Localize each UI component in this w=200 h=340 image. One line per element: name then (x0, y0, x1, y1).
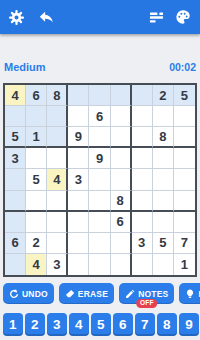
numpad-7[interactable]: 7 (135, 313, 155, 336)
cell-r9c2[interactable]: 4 (26, 254, 47, 275)
cell-r7c9[interactable] (174, 212, 195, 233)
cell-r6c2[interactable] (26, 191, 47, 212)
cell-r2c3[interactable] (47, 106, 68, 127)
cell-r3c4[interactable]: 9 (68, 127, 89, 148)
cell-r5c4[interactable]: 3 (68, 169, 89, 190)
cell-r1c4[interactable] (68, 85, 89, 106)
palette-icon (175, 9, 191, 25)
cell-r1c1[interactable]: 4 (5, 85, 26, 106)
cell-r7c6[interactable]: 6 (111, 212, 132, 233)
cell-r4c5[interactable]: 9 (89, 148, 110, 169)
numpad-9[interactable]: 9 (179, 313, 199, 336)
cell-r1c8[interactable]: 2 (153, 85, 174, 106)
stats-button[interactable] (149, 10, 164, 25)
cell-r2c4[interactable] (68, 106, 89, 127)
cell-r6c7[interactable] (132, 191, 153, 212)
cell-r8c3[interactable] (47, 233, 68, 254)
game-info-row: Medium 00:02 (0, 58, 200, 76)
numpad-5[interactable]: 5 (91, 313, 111, 336)
cell-r7c7[interactable] (132, 212, 153, 233)
top-bar-left (9, 9, 55, 26)
cell-r8c5[interactable] (89, 233, 110, 254)
cell-r7c2[interactable] (26, 212, 47, 233)
notes-button[interactable]: NOTES OFF (119, 283, 174, 304)
action-bar: UNDO ERASE NOTES OFF HINTS 1 (3, 283, 197, 304)
cell-r3c5[interactable] (89, 127, 110, 148)
cell-r9c8[interactable] (153, 254, 174, 275)
cell-r6c5[interactable] (89, 191, 110, 212)
sudoku-grid: 4682565198395438662357431 (3, 83, 197, 277)
cell-r5c2[interactable]: 5 (26, 169, 47, 190)
undo-label: UNDO (22, 289, 48, 299)
timer: 00:02 (169, 61, 196, 73)
cell-r1c5[interactable] (89, 85, 110, 106)
numpad-3[interactable]: 3 (47, 313, 67, 336)
hints-label: HINTS (198, 289, 200, 299)
cell-r1c2[interactable]: 6 (26, 85, 47, 106)
cell-r9c7[interactable] (132, 254, 153, 275)
hints-button[interactable]: HINTS 1 (179, 283, 200, 304)
cell-r2c8[interactable] (153, 106, 174, 127)
cell-r5c3[interactable]: 4 (47, 169, 68, 190)
cell-r2c5[interactable]: 6 (89, 106, 110, 127)
cell-r4c8[interactable] (153, 148, 174, 169)
erase-label: ERASE (78, 289, 108, 299)
numpad-6[interactable]: 6 (113, 313, 133, 336)
numpad-4[interactable]: 4 (69, 313, 89, 336)
gear-icon (9, 10, 24, 25)
cell-r2c9[interactable] (174, 106, 195, 127)
cell-r7c3[interactable] (47, 212, 68, 233)
cell-r5c6[interactable] (111, 169, 132, 190)
cell-r1c6[interactable] (111, 85, 132, 106)
cell-r5c7[interactable] (132, 169, 153, 190)
cell-r5c1[interactable] (5, 169, 26, 190)
top-bar (0, 0, 200, 34)
cell-r7c1[interactable] (5, 212, 26, 233)
cell-r4c9[interactable] (174, 148, 195, 169)
cell-r5c5[interactable] (89, 169, 110, 190)
sudoku-app: Medium 00:02 4682565198395438662357431 U… (0, 0, 200, 340)
cell-r1c9[interactable]: 5 (174, 85, 195, 106)
cell-r6c4[interactable] (68, 191, 89, 212)
cell-r6c8[interactable] (153, 191, 174, 212)
undo-button[interactable]: UNDO (3, 283, 54, 304)
undo-icon (9, 289, 19, 299)
cell-r1c7[interactable] (132, 85, 153, 106)
cell-r9c1[interactable] (5, 254, 26, 275)
bulb-icon (185, 289, 195, 299)
cell-r2c2[interactable] (26, 106, 47, 127)
cell-r4c1[interactable]: 3 (5, 148, 26, 169)
cell-r9c3[interactable]: 3 (47, 254, 68, 275)
cell-r8c2[interactable]: 2 (26, 233, 47, 254)
cell-r4c2[interactable] (26, 148, 47, 169)
back-arrow-icon (38, 9, 55, 26)
cell-r4c3[interactable] (47, 148, 68, 169)
cell-r4c7[interactable] (132, 148, 153, 169)
cell-r9c9[interactable]: 1 (174, 254, 195, 275)
cell-r3c9[interactable] (174, 127, 195, 148)
cell-r8c7[interactable]: 3 (132, 233, 153, 254)
cell-r9c6[interactable] (111, 254, 132, 275)
cell-r3c6[interactable] (111, 127, 132, 148)
cell-r9c5[interactable] (89, 254, 110, 275)
cell-r8c1[interactable]: 6 (5, 233, 26, 254)
cell-r8c4[interactable] (68, 233, 89, 254)
cell-r7c5[interactable] (89, 212, 110, 233)
cell-r3c3[interactable] (47, 127, 68, 148)
cell-r6c1[interactable] (5, 191, 26, 212)
cell-r3c7[interactable] (132, 127, 153, 148)
top-bar-right (149, 9, 191, 25)
pencil-icon (125, 289, 135, 299)
cell-r8c8[interactable]: 5 (153, 233, 174, 254)
cell-r5c8[interactable] (153, 169, 174, 190)
number-pad: 123456789 (3, 313, 197, 336)
eraser-icon (65, 289, 75, 299)
cell-r4c4[interactable] (68, 148, 89, 169)
cell-r7c8[interactable] (153, 212, 174, 233)
numpad-8[interactable]: 8 (157, 313, 177, 336)
cell-r7c4[interactable] (68, 212, 89, 233)
notes-label: NOTES (138, 289, 168, 299)
cell-r6c9[interactable] (174, 191, 195, 212)
cell-r3c1[interactable]: 5 (5, 127, 26, 148)
cell-r2c6[interactable] (111, 106, 132, 127)
cell-r6c3[interactable] (47, 191, 68, 212)
cell-r5c9[interactable] (174, 169, 195, 190)
cell-r3c2[interactable]: 1 (26, 127, 47, 148)
erase-button[interactable]: ERASE (59, 283, 114, 304)
cell-r2c7[interactable] (132, 106, 153, 127)
numpad-2[interactable]: 2 (25, 313, 45, 336)
theme-button[interactable] (175, 9, 191, 25)
notes-off-badge: OFF (136, 299, 158, 309)
settings-button[interactable] (9, 10, 24, 25)
cell-r2c1[interactable] (5, 106, 26, 127)
cell-r9c4[interactable] (68, 254, 89, 275)
cell-r1c3[interactable]: 8 (47, 85, 68, 106)
cell-r8c6[interactable] (111, 233, 132, 254)
stats-icon (149, 10, 164, 25)
cell-r3c8[interactable]: 8 (153, 127, 174, 148)
cell-r4c6[interactable] (111, 148, 132, 169)
difficulty-label: Medium (4, 61, 46, 73)
cell-r8c9[interactable]: 7 (174, 233, 195, 254)
numpad-1[interactable]: 1 (3, 313, 23, 336)
back-button[interactable] (38, 9, 55, 26)
cell-r6c6[interactable]: 8 (111, 191, 132, 212)
